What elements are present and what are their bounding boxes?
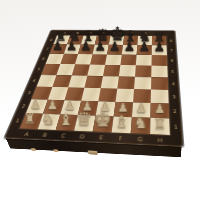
coord-label: 6 <box>168 55 176 66</box>
square-e1[interactable]: ♚ <box>93 116 114 133</box>
square-c5[interactable] <box>72 64 90 75</box>
piece-white-pawn[interactable]: ♟ <box>151 104 169 115</box>
coord-label: 8 <box>167 36 175 45</box>
coord-label: D <box>72 132 93 141</box>
coord-label: 3 <box>169 90 179 104</box>
square-d5[interactable] <box>87 65 105 76</box>
piece-white-knight[interactable]: ♞ <box>131 116 150 130</box>
square-f1[interactable]: ♝ <box>112 116 132 133</box>
square-a4[interactable] <box>37 75 57 87</box>
piece-white-knight[interactable]: ♞ <box>38 113 57 127</box>
coord-label: A <box>16 129 37 138</box>
square-f7[interactable]: ♟ <box>122 45 138 55</box>
square-h7[interactable]: ♟ <box>152 45 167 55</box>
square-h4[interactable] <box>151 77 168 90</box>
piece-black-pawn[interactable]: ♟ <box>78 41 93 52</box>
square-e5[interactable] <box>103 65 120 77</box>
square-g4[interactable] <box>134 77 151 90</box>
square-f5[interactable] <box>119 65 136 77</box>
hinge-pin <box>54 149 59 152</box>
square-f6[interactable] <box>120 55 136 66</box>
piece-black-pawn[interactable]: ♟ <box>152 41 167 53</box>
coord-label: 4 <box>169 77 178 90</box>
scene: ABCDEFGH ABCDEFGH 87654321 87654321 ♜♞♝♛… <box>29 2 177 150</box>
piece-white-pawn[interactable]: ♟ <box>27 100 45 111</box>
board-frame: ABCDEFGH ABCDEFGH 87654321 87654321 ♜♞♝♛… <box>4 30 183 146</box>
coord-label: B <box>34 130 55 139</box>
square-h5[interactable] <box>151 66 167 78</box>
coord-label: G <box>130 134 150 144</box>
square-d4[interactable] <box>84 76 103 88</box>
square-g5[interactable] <box>135 65 152 77</box>
coord-label: C <box>53 131 74 140</box>
square-h1[interactable]: ♜ <box>150 118 170 135</box>
square-a5[interactable] <box>41 64 60 75</box>
piece-black-pawn[interactable]: ♟ <box>50 41 64 52</box>
coord-label: F <box>110 133 130 143</box>
coord-label: H <box>150 135 170 145</box>
piece-white-rook[interactable]: ♜ <box>150 118 169 131</box>
chess-set-product-photo: ABCDEFGH ABCDEFGH 87654321 87654321 ♜♞♝♛… <box>0 0 200 200</box>
square-g6[interactable] <box>136 55 152 66</box>
coord-label: 1 <box>170 119 181 136</box>
piece-black-pawn[interactable]: ♟ <box>137 41 152 53</box>
piece-white-bishop[interactable]: ♝ <box>56 113 75 128</box>
piece-white-king[interactable]: ♚ <box>93 111 112 129</box>
chess-board: ABCDEFGH ABCDEFGH 87654321 87654321 ♜♞♝♛… <box>4 30 183 146</box>
square-f4[interactable] <box>117 76 135 89</box>
square-e7[interactable]: ♟ <box>107 45 123 55</box>
piece-black-pawn[interactable]: ♟ <box>122 41 137 53</box>
square-g1[interactable]: ♞ <box>131 117 151 134</box>
square-h6[interactable] <box>151 55 167 66</box>
piece-black-pawn[interactable]: ♟ <box>64 41 79 52</box>
piece-white-rook[interactable]: ♜ <box>21 113 39 125</box>
piece-white-bishop[interactable]: ♝ <box>112 115 131 130</box>
piece-black-pawn[interactable]: ♟ <box>93 41 108 53</box>
coord-label: E <box>91 133 112 142</box>
coord-label: 7 <box>167 45 175 55</box>
clasp <box>88 150 98 155</box>
coord-label: 5 <box>168 66 177 78</box>
coord-label: 2 <box>170 104 180 119</box>
square-e6[interactable] <box>105 54 122 65</box>
square-e4[interactable] <box>101 76 119 89</box>
piece-black-pawn[interactable]: ♟ <box>107 41 122 53</box>
square-g7[interactable]: ♟ <box>137 45 152 55</box>
hinge-pin <box>31 148 37 151</box>
piece-white-queen[interactable]: ♛ <box>75 111 94 128</box>
